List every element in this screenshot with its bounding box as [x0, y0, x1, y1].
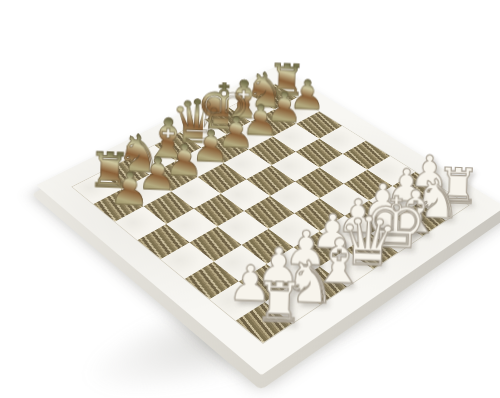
- product-photo: ♜♞♝♛♚♝♞♜♟♟♟♟♟♟♟♟♟♟♟♟♟♟♟♟♜♞♝♛♚♝♞♜: [0, 0, 500, 398]
- board-grid: ♜♞♝♛♚♝♞♜♟♟♟♟♟♟♟♟♟♟♟♟♟♟♟♟♜♞♝♛♚♝♞♜: [73, 84, 469, 343]
- green-pawn: ♟: [109, 166, 146, 212]
- board-marble-border: ♜♞♝♛♚♝♞♜♟♟♟♟♟♟♟♟♟♟♟♟♟♟♟♟♜♞♝♛♚♝♞♜: [36, 66, 500, 375]
- chess-board: ♜♞♝♛♚♝♞♜♟♟♟♟♟♟♟♟♟♟♟♟♟♟♟♟♜♞♝♛♚♝♞♜: [36, 66, 500, 375]
- photo-scene: ♜♞♝♛♚♝♞♜♟♟♟♟♟♟♟♟♟♟♟♟♟♟♟♟♜♞♝♛♚♝♞♜: [0, 0, 500, 398]
- white-rook: ♜: [254, 274, 296, 330]
